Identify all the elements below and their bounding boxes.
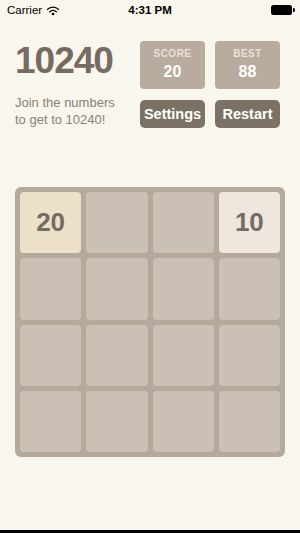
settings-button[interactable]: Settings [140, 100, 205, 128]
best-box: BEST 88 [215, 41, 280, 89]
empty-cell-r2c0 [20, 325, 81, 386]
battery-icon [271, 5, 292, 15]
subtitle-line-1: Join the numbers [15, 95, 115, 110]
empty-cell-r0c2 [153, 192, 214, 253]
empty-cell-r3c3 [219, 391, 280, 452]
score-value: 20 [164, 63, 182, 81]
restart-button[interactable]: Restart [215, 100, 280, 128]
empty-cell-r2c3 [219, 325, 280, 386]
game-title: 10240 [15, 42, 135, 80]
board[interactable]: 2010 [15, 187, 285, 457]
best-value: 88 [239, 63, 257, 81]
empty-cell-r3c2 [153, 391, 214, 452]
carrier-label: Carrier [7, 4, 42, 16]
empty-cell-r3c0 [20, 391, 81, 452]
tile-10-r0c3: 10 [219, 192, 280, 253]
app-screen: 4:31 PM Carrier 10240 Join the numbers t… [0, 0, 300, 533]
best-label: BEST [233, 48, 262, 59]
game-subtitle: Join the numbers to get to 10240! [15, 95, 140, 128]
score-label: SCORE [153, 48, 191, 59]
empty-cell-r1c0 [20, 258, 81, 319]
empty-cell-r0c1 [86, 192, 147, 253]
tile-20-r0c0: 20 [20, 192, 81, 253]
empty-cell-r2c2 [153, 325, 214, 386]
status-bar: 4:31 PM Carrier [0, 0, 300, 20]
wifi-icon [46, 5, 60, 16]
empty-cell-r1c3 [219, 258, 280, 319]
empty-cell-r1c2 [153, 258, 214, 319]
empty-cell-r3c1 [86, 391, 147, 452]
empty-cell-r1c1 [86, 258, 147, 319]
empty-cell-r2c1 [86, 325, 147, 386]
score-box: SCORE 20 [140, 41, 205, 89]
subtitle-line-2: to get to 10240! [15, 112, 105, 127]
